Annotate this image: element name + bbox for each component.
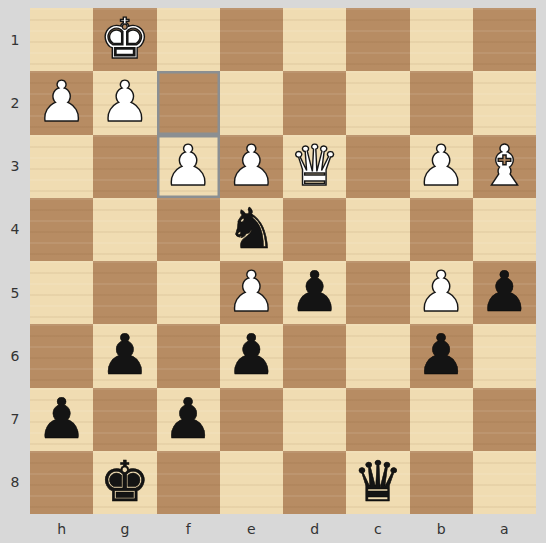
white-pawn[interactable]: ♟ — [100, 70, 150, 133]
file-label-c: c — [346, 514, 409, 543]
square-b4[interactable] — [410, 198, 473, 261]
square-e8[interactable] — [220, 451, 283, 514]
square-h5[interactable] — [30, 261, 93, 324]
rank-labels: 12345678 — [0, 8, 30, 514]
square-d2[interactable] — [283, 71, 346, 134]
square-d8[interactable] — [283, 451, 346, 514]
square-d6[interactable] — [283, 324, 346, 387]
square-e6[interactable]: ♟ — [220, 324, 283, 387]
rank-label-5: 5 — [0, 261, 30, 324]
square-f3[interactable]: ♟ — [157, 135, 220, 198]
square-f2[interactable] — [157, 71, 220, 134]
square-c8[interactable]: ♛ — [346, 451, 409, 514]
black-pawn[interactable]: ♟ — [37, 387, 87, 450]
square-h7[interactable]: ♟ — [30, 388, 93, 451]
square-f1[interactable] — [157, 8, 220, 71]
rank-label-8: 8 — [0, 451, 30, 514]
square-c1[interactable] — [346, 8, 409, 71]
black-pawn[interactable]: ♟ — [479, 260, 529, 323]
black-knight[interactable]: ♞ — [226, 197, 276, 260]
white-pawn[interactable]: ♟ — [37, 70, 87, 133]
square-b2[interactable] — [410, 71, 473, 134]
file-labels: hgfedcba — [30, 514, 536, 543]
square-e5[interactable]: ♟ — [220, 261, 283, 324]
square-h6[interactable] — [30, 324, 93, 387]
square-b6[interactable]: ♟ — [410, 324, 473, 387]
white-pawn[interactable]: ♟ — [416, 134, 466, 197]
square-g2[interactable]: ♟ — [93, 71, 156, 134]
square-f6[interactable] — [157, 324, 220, 387]
square-h2[interactable]: ♟ — [30, 71, 93, 134]
square-g3[interactable] — [93, 135, 156, 198]
square-e1[interactable] — [220, 8, 283, 71]
square-c3[interactable] — [346, 135, 409, 198]
square-g5[interactable] — [93, 261, 156, 324]
white-king[interactable]: ♚ — [100, 7, 150, 70]
square-f5[interactable] — [157, 261, 220, 324]
chess-board[interactable]: ♚♟♟♟♟♛♟♝♞♟♟♟♟♟♟♟♟♟♚♛ — [30, 8, 536, 514]
square-h8[interactable] — [30, 451, 93, 514]
black-pawn[interactable]: ♟ — [290, 260, 340, 323]
black-pawn[interactable]: ♟ — [226, 323, 276, 386]
white-queen[interactable]: ♛ — [290, 134, 340, 197]
square-h4[interactable] — [30, 198, 93, 261]
square-g6[interactable]: ♟ — [93, 324, 156, 387]
white-pawn[interactable]: ♟ — [226, 260, 276, 323]
black-king[interactable]: ♚ — [100, 450, 150, 513]
square-h3[interactable] — [30, 135, 93, 198]
square-b5[interactable]: ♟ — [410, 261, 473, 324]
square-a3[interactable]: ♝ — [473, 135, 536, 198]
white-pawn[interactable]: ♟ — [416, 260, 466, 323]
rank-label-3: 3 — [0, 135, 30, 198]
square-b1[interactable] — [410, 8, 473, 71]
square-g7[interactable] — [93, 388, 156, 451]
rank-label-1: 1 — [0, 8, 30, 71]
square-f7[interactable]: ♟ — [157, 388, 220, 451]
square-f8[interactable] — [157, 451, 220, 514]
rank-label-6: 6 — [0, 324, 30, 387]
square-e2[interactable] — [220, 71, 283, 134]
file-label-e: e — [220, 514, 283, 543]
rank-label-2: 2 — [0, 71, 30, 134]
black-queen[interactable]: ♛ — [353, 450, 403, 513]
square-c5[interactable] — [346, 261, 409, 324]
file-label-d: d — [283, 514, 346, 543]
square-c2[interactable] — [346, 71, 409, 134]
square-c7[interactable] — [346, 388, 409, 451]
square-b3[interactable]: ♟ — [410, 135, 473, 198]
square-e4[interactable]: ♞ — [220, 198, 283, 261]
square-a5[interactable]: ♟ — [473, 261, 536, 324]
black-pawn[interactable]: ♟ — [163, 387, 213, 450]
square-a7[interactable] — [473, 388, 536, 451]
file-label-b: b — [410, 514, 473, 543]
square-a6[interactable] — [473, 324, 536, 387]
black-pawn[interactable]: ♟ — [416, 323, 466, 386]
rank-label-7: 7 — [0, 388, 30, 451]
white-bishop[interactable]: ♝ — [479, 134, 529, 197]
square-c4[interactable] — [346, 198, 409, 261]
square-g1[interactable]: ♚ — [93, 8, 156, 71]
square-d7[interactable] — [283, 388, 346, 451]
file-label-a: a — [473, 514, 536, 543]
white-pawn[interactable]: ♟ — [226, 134, 276, 197]
square-g8[interactable]: ♚ — [93, 451, 156, 514]
square-a2[interactable] — [473, 71, 536, 134]
square-f4[interactable] — [157, 198, 220, 261]
square-a4[interactable] — [473, 198, 536, 261]
square-b8[interactable] — [410, 451, 473, 514]
file-label-g: g — [93, 514, 156, 543]
square-h1[interactable] — [30, 8, 93, 71]
square-c6[interactable] — [346, 324, 409, 387]
square-a1[interactable] — [473, 8, 536, 71]
file-label-f: f — [157, 514, 220, 543]
square-e7[interactable] — [220, 388, 283, 451]
chess-app-window: 12345678 ♚♟♟♟♟♛♟♝♞♟♟♟♟♟♟♟♟♟♚♛ hgfedcba — [0, 0, 546, 543]
square-d3[interactable]: ♛ — [283, 135, 346, 198]
square-e3[interactable]: ♟ — [220, 135, 283, 198]
rank-label-4: 4 — [0, 198, 30, 261]
square-b7[interactable] — [410, 388, 473, 451]
square-a8[interactable] — [473, 451, 536, 514]
square-g4[interactable] — [93, 198, 156, 261]
white-pawn[interactable]: ♟ — [163, 134, 213, 197]
file-label-h: h — [30, 514, 93, 543]
square-d1[interactable] — [283, 8, 346, 71]
square-d5[interactable]: ♟ — [283, 261, 346, 324]
black-pawn[interactable]: ♟ — [100, 323, 150, 386]
square-d4[interactable] — [283, 198, 346, 261]
